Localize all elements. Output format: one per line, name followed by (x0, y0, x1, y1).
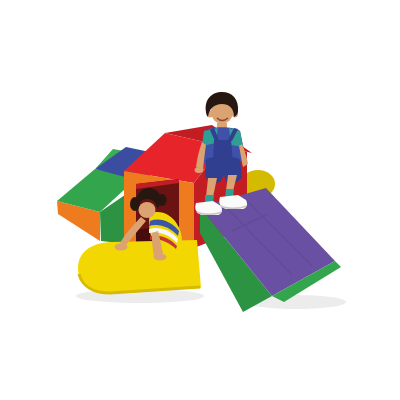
foam-climber-scene (0, 0, 400, 400)
girl-left-hand (115, 244, 128, 251)
left-mat (78, 240, 201, 294)
girl-right-hand (154, 254, 167, 261)
girl-face (139, 202, 156, 218)
product-photo (0, 0, 400, 400)
boy-left-hand (195, 167, 204, 173)
